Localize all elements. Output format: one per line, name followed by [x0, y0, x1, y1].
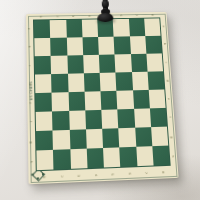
square [84, 73, 101, 92]
square [50, 38, 67, 56]
square [118, 109, 135, 128]
square [51, 56, 68, 75]
square [68, 92, 85, 111]
square [114, 36, 131, 54]
square [69, 110, 86, 130]
square [99, 54, 116, 72]
coord-label: 3 [76, 171, 81, 180]
square [115, 54, 132, 72]
square [35, 93, 52, 112]
pawn-icon: ♟ [31, 173, 35, 177]
square [103, 147, 120, 167]
coord-label: 4 [93, 171, 98, 180]
square [144, 18, 161, 36]
square [36, 150, 53, 170]
square [87, 148, 104, 168]
square [130, 54, 147, 72]
square [147, 71, 164, 90]
square [67, 73, 84, 92]
square [85, 110, 102, 129]
square [136, 146, 153, 166]
square [52, 111, 69, 131]
pawn-icon: ♟ [36, 177, 40, 181]
square [36, 130, 53, 150]
chessboard: 12345678 12345678 abcdefgh abcdefgh US C… [26, 12, 179, 184]
square [150, 108, 167, 127]
square [117, 90, 134, 109]
square [36, 111, 53, 131]
square [50, 20, 66, 38]
square [145, 36, 162, 54]
photo-scene: 12345678 12345678 abcdefgh abcdefgh US C… [0, 0, 200, 200]
square [151, 127, 168, 147]
square [35, 74, 52, 93]
square [34, 38, 51, 56]
square [148, 89, 165, 108]
board-grid [33, 17, 171, 171]
square [132, 72, 149, 91]
square [101, 109, 118, 128]
square [84, 91, 101, 110]
square [34, 20, 50, 38]
square [100, 72, 117, 91]
square [152, 146, 170, 166]
coord-label: 7 [143, 169, 149, 178]
pawn-icon: ♟ [41, 172, 45, 176]
coord-label: 8 [160, 168, 166, 177]
square [53, 130, 70, 150]
square [102, 128, 119, 148]
square [69, 129, 86, 149]
coord-label: 6 [127, 169, 133, 178]
square [35, 56, 52, 75]
square [67, 55, 84, 74]
square [116, 72, 133, 91]
square [98, 37, 115, 55]
board-perspective-wrap: 12345678 12345678 abcdefgh abcdefgh US C… [10, 0, 190, 200]
square [118, 128, 135, 148]
square [53, 149, 70, 169]
square [119, 147, 136, 167]
square [128, 19, 145, 37]
square [129, 36, 146, 54]
pawn-collar [101, 0, 109, 8]
coord-label: 2 [59, 172, 64, 181]
square [86, 129, 103, 149]
square [82, 37, 99, 55]
square [135, 127, 152, 147]
square [66, 37, 83, 55]
square [83, 55, 100, 73]
square [66, 20, 82, 38]
square [52, 92, 69, 111]
square [133, 90, 150, 109]
square [51, 74, 68, 93]
square [100, 91, 117, 110]
square [134, 108, 151, 127]
square [70, 149, 87, 169]
square [146, 53, 163, 71]
black-pawn [92, 0, 117, 26]
coord-label: 5 [110, 170, 116, 179]
brand-text: US CHESS [29, 81, 33, 102]
